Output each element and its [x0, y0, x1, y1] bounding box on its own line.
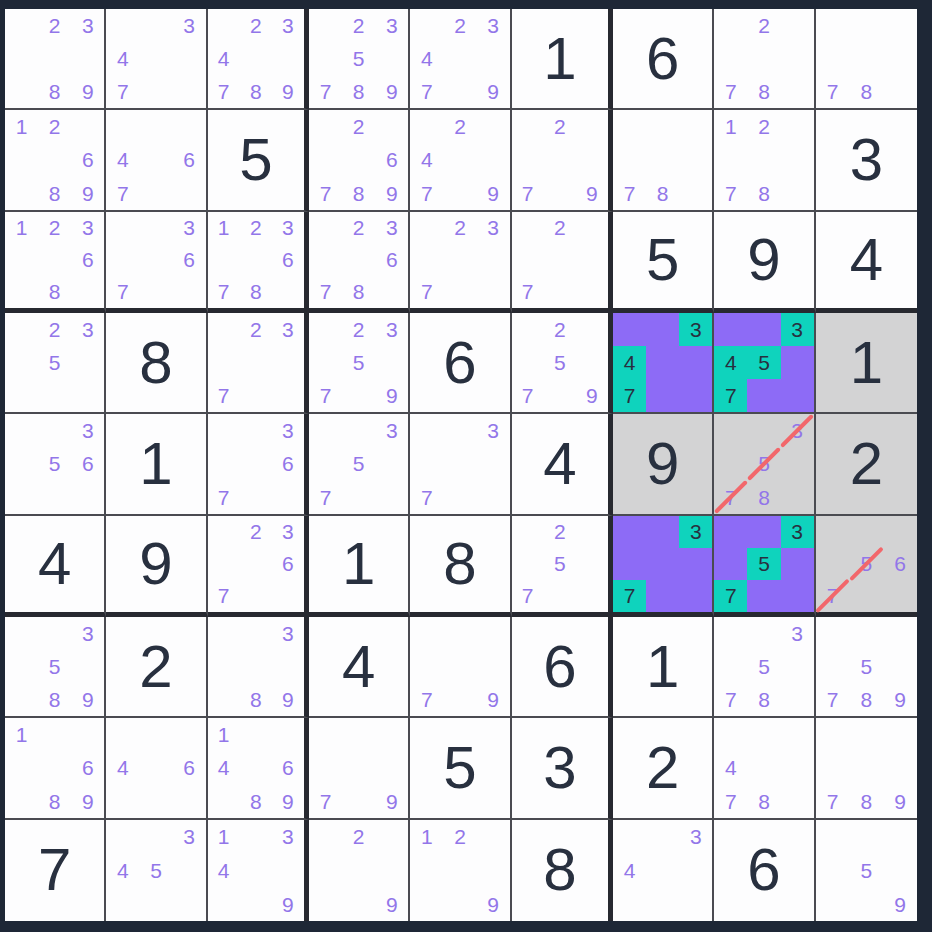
candidate-8: 8	[849, 75, 883, 108]
candidate-slot	[342, 143, 375, 176]
candidate-slot	[781, 42, 814, 75]
cell-r8c9[interactable]: 789	[816, 718, 917, 819]
candidate-3: 3	[375, 9, 408, 42]
candidate-7: 7	[309, 481, 342, 514]
cell-r8c8[interactable]: 478	[714, 718, 815, 819]
candidate-slot	[410, 212, 443, 244]
candidate-8: 8	[38, 785, 71, 818]
candidate-grid: 567	[816, 516, 917, 612]
candidate-slot	[139, 785, 172, 818]
cell-r7c1[interactable]: 3589	[5, 617, 106, 718]
candidate-slot	[679, 887, 712, 921]
candidate-slot	[544, 177, 576, 210]
candidate-slot	[5, 244, 38, 276]
candidate-slot	[106, 785, 139, 818]
candidate-slot	[781, 718, 814, 751]
cell-r5c7[interactable]: 9	[613, 414, 714, 515]
candidate-slot	[240, 718, 272, 751]
cell-r7c7[interactable]: 1	[613, 617, 714, 718]
candidate-9: 9	[71, 75, 104, 108]
cell-r2c3[interactable]: 5	[208, 110, 309, 211]
candidate-2: 2	[443, 110, 476, 143]
candidate-slot	[443, 853, 476, 887]
candidate-slot	[139, 212, 172, 244]
cell-r1c5[interactable]: 23479	[410, 9, 511, 110]
candidate-grid: 2367	[208, 516, 304, 612]
candidate-grid: 2579	[512, 313, 608, 412]
candidate-slot	[679, 580, 712, 612]
candidate-slot	[272, 42, 304, 75]
candidate-slot	[883, 853, 917, 887]
cell-r1c9[interactable]: 78	[816, 9, 917, 110]
candidate-slot	[849, 718, 883, 751]
candidate-slot	[883, 75, 917, 108]
cell-r9c1[interactable]: 7	[5, 820, 106, 921]
cell-r6c5[interactable]: 8	[410, 516, 511, 617]
candidate-slot	[781, 751, 814, 784]
candidate-9: 9	[375, 887, 408, 921]
candidate-9: 9	[71, 177, 104, 210]
candidate-slot	[106, 244, 139, 276]
candidate-slot	[849, 617, 883, 650]
cell-r1c8[interactable]: 278	[714, 9, 815, 110]
cell-r8c1[interactable]: 1689	[5, 718, 106, 819]
cell-r7c4[interactable]: 4	[309, 617, 410, 718]
candidate-8: 8	[240, 683, 272, 716]
cell-r4c1[interactable]: 235	[5, 313, 106, 414]
cell-r3c8[interactable]: 9	[714, 212, 815, 313]
cell-r4c3[interactable]: 237	[208, 313, 309, 414]
candidate-5: 5	[38, 447, 71, 480]
cell-r8c4[interactable]: 79	[309, 718, 410, 819]
candidate-slot	[443, 177, 476, 210]
candidate-slot	[443, 75, 476, 108]
cell-r6c8[interactable]: 357	[714, 516, 815, 617]
cell-r7c6[interactable]: 6	[512, 617, 613, 718]
candidate-2: 2	[342, 212, 375, 244]
cell-r9c7[interactable]: 34	[613, 820, 714, 921]
candidate-slot	[781, 177, 814, 210]
candidate-4: 4	[208, 751, 240, 784]
cell-r2c6[interactable]: 279	[512, 110, 613, 211]
candidate-slot	[240, 42, 272, 75]
candidate-grid: 357	[714, 516, 813, 612]
cell-r9c2[interactable]: 345	[106, 820, 207, 921]
candidate-9: 9	[71, 785, 104, 818]
cell-r6c1[interactable]: 4	[5, 516, 106, 617]
cell-r2c8[interactable]: 1278	[714, 110, 815, 211]
candidate-4: 4	[613, 346, 646, 379]
candidate-7: 7	[512, 276, 544, 308]
candidate-slot	[208, 414, 240, 447]
candidate-1: 1	[208, 212, 240, 244]
cell-r9c4[interactable]: 29	[309, 820, 410, 921]
candidate-3: 3	[477, 9, 510, 42]
candidate-slot	[342, 481, 375, 514]
cell-r2c5[interactable]: 2479	[410, 110, 511, 211]
candidate-grid: 237	[208, 313, 304, 412]
candidate-slot	[208, 516, 240, 548]
candidate-slot	[747, 313, 780, 346]
candidate-2: 2	[544, 516, 576, 548]
candidate-grid: 235	[5, 313, 104, 412]
cell-r4c8[interactable]: 3457	[714, 313, 815, 414]
candidate-slot	[240, 379, 272, 412]
candidate-slot	[443, 143, 476, 176]
candidate-8: 8	[38, 177, 71, 210]
candidate-grid: 79	[309, 718, 408, 817]
candidate-slot	[477, 447, 510, 480]
candidate-6: 6	[71, 447, 104, 480]
cell-value: 9	[714, 212, 813, 308]
cell-r7c9[interactable]: 5789	[816, 617, 917, 718]
cell-r8c3[interactable]: 14689	[208, 718, 309, 819]
candidate-slot	[849, 751, 883, 784]
candidate-slot	[173, 887, 206, 921]
cell-r5c6[interactable]: 4	[512, 414, 613, 515]
cell-r3c2[interactable]: 367	[106, 212, 207, 313]
candidate-7: 7	[208, 276, 240, 308]
candidate-5: 5	[747, 548, 780, 580]
candidate-5: 5	[342, 346, 375, 379]
candidate-slot	[544, 580, 576, 612]
candidate-5: 5	[849, 853, 883, 887]
cell-value: 1	[106, 414, 205, 513]
candidate-slot	[849, 9, 883, 42]
candidate-1: 1	[5, 718, 38, 751]
candidate-grid: 26789	[309, 110, 408, 209]
cell-r5c5[interactable]: 37	[410, 414, 511, 515]
candidate-slot	[342, 853, 375, 887]
cell-r4c4[interactable]: 23579	[309, 313, 410, 414]
candidate-slot	[576, 276, 608, 308]
candidate-slot	[544, 244, 576, 276]
candidate-slot	[410, 887, 443, 921]
candidate-slot	[139, 820, 172, 854]
candidate-grid: 23479	[410, 9, 509, 108]
candidate-slot	[443, 42, 476, 75]
cell-r1c6[interactable]: 1	[512, 9, 613, 110]
candidate-7: 7	[106, 75, 139, 108]
candidate-4: 4	[714, 751, 747, 784]
candidate-6: 6	[375, 143, 408, 176]
candidate-slot	[613, 110, 646, 143]
cell-r2c7[interactable]: 78	[613, 110, 714, 211]
candidate-slot	[240, 481, 272, 514]
candidate-slot	[375, 718, 408, 751]
candidate-slot	[512, 110, 544, 143]
cell-r9c3[interactable]: 1349	[208, 820, 309, 921]
candidate-slot	[781, 379, 814, 412]
cell-r3c4[interactable]: 23678	[309, 212, 410, 313]
candidate-slot	[375, 110, 408, 143]
candidate-slot	[240, 244, 272, 276]
cell-r1c7[interactable]: 6	[613, 9, 714, 110]
candidate-slot	[38, 617, 71, 650]
candidate-slot	[106, 820, 139, 854]
candidate-2: 2	[443, 212, 476, 244]
candidate-slot	[443, 617, 476, 650]
candidate-9: 9	[477, 887, 510, 921]
candidate-slot	[106, 9, 139, 42]
candidate-slot	[5, 447, 38, 480]
candidate-1: 1	[714, 110, 747, 143]
cell-r6c9[interactable]: 567	[816, 516, 917, 617]
candidate-slot	[883, 42, 917, 75]
candidate-1: 1	[208, 820, 240, 854]
candidate-grid: 23579	[309, 313, 408, 412]
candidate-slot	[375, 447, 408, 480]
candidate-5: 5	[342, 42, 375, 75]
cell-r5c2[interactable]: 1	[106, 414, 207, 515]
cell-r7c8[interactable]: 3578	[714, 617, 815, 718]
cell-r4c2[interactable]: 8	[106, 313, 207, 414]
candidate-grid: 2479	[410, 110, 509, 209]
candidate-3: 3	[679, 820, 712, 854]
candidate-5: 5	[544, 346, 576, 379]
candidate-slot	[342, 718, 375, 751]
candidate-slot	[410, 650, 443, 683]
candidate-slot	[443, 276, 476, 308]
candidate-grid: 46	[106, 718, 205, 817]
candidate-slot	[747, 516, 780, 548]
candidate-slot	[613, 143, 646, 176]
candidate-7: 7	[410, 75, 443, 108]
candidate-6: 6	[173, 751, 206, 784]
candidate-grid: 357	[309, 414, 408, 513]
candidate-grid: 79	[410, 617, 509, 716]
candidate-slot	[272, 853, 304, 887]
candidate-slot	[613, 548, 646, 580]
candidate-8: 8	[747, 75, 780, 108]
candidate-slot	[576, 110, 608, 143]
cell-value: 3	[816, 110, 917, 209]
candidate-slot	[139, 276, 172, 308]
candidate-5: 5	[544, 548, 576, 580]
cell-value: 4	[816, 212, 917, 308]
candidate-slot	[883, 617, 917, 650]
candidate-slot	[781, 650, 814, 683]
cell-r6c7[interactable]: 37	[613, 516, 714, 617]
candidate-slot	[714, 548, 747, 580]
candidate-3: 3	[173, 9, 206, 42]
candidate-7: 7	[816, 683, 850, 716]
candidate-6: 6	[883, 548, 917, 580]
candidate-3: 3	[272, 617, 304, 650]
candidate-slot	[443, 650, 476, 683]
candidate-slot	[816, 516, 850, 548]
cell-r8c7[interactable]: 2	[613, 718, 714, 819]
candidate-1: 1	[208, 718, 240, 751]
candidate-slot	[477, 820, 510, 854]
candidate-7: 7	[309, 785, 342, 818]
cell-r3c3[interactable]: 123678	[208, 212, 309, 313]
cell-r4c7[interactable]: 347	[613, 313, 714, 414]
candidate-grid: 14689	[208, 718, 304, 817]
cell-r4c9[interactable]: 1	[816, 313, 917, 414]
cell-r8c5[interactable]: 5	[410, 718, 511, 819]
candidate-3: 3	[477, 212, 510, 244]
candidate-slot	[883, 516, 917, 548]
candidate-slot	[309, 447, 342, 480]
cell-r1c2[interactable]: 347	[106, 9, 207, 110]
cell-r1c1[interactable]: 2389	[5, 9, 106, 110]
candidate-slot	[342, 414, 375, 447]
cell-r2c9[interactable]: 3	[816, 110, 917, 211]
candidate-2: 2	[342, 110, 375, 143]
cell-r7c3[interactable]: 389	[208, 617, 309, 718]
cell-value: 2	[106, 617, 205, 716]
candidate-slot	[679, 346, 712, 379]
cell-r3c7[interactable]: 5	[613, 212, 714, 313]
candidate-slot	[272, 718, 304, 751]
candidate-grid: 345	[106, 820, 205, 921]
cell-r3c5[interactable]: 237	[410, 212, 511, 313]
cell-r5c1[interactable]: 356	[5, 414, 106, 515]
candidate-slot	[139, 42, 172, 75]
candidate-slot	[208, 650, 240, 683]
cell-r5c8[interactable]: 3578	[714, 414, 815, 515]
cell-r7c5[interactable]: 79	[410, 617, 511, 718]
candidate-9: 9	[576, 379, 608, 412]
candidate-slot	[646, 580, 679, 612]
candidate-grid: 3457	[714, 313, 813, 412]
candidate-slot	[5, 617, 38, 650]
candidate-grid: 27	[512, 212, 608, 308]
cell-r5c3[interactable]: 367	[208, 414, 309, 515]
candidate-3: 3	[71, 617, 104, 650]
cell-r4c6[interactable]: 2579	[512, 313, 613, 414]
candidate-slot	[679, 110, 712, 143]
candidate-slot	[781, 548, 814, 580]
candidate-slot	[576, 212, 608, 244]
candidate-6: 6	[375, 244, 408, 276]
candidate-slot	[410, 414, 443, 447]
candidate-slot	[613, 887, 646, 921]
cell-value: 8	[512, 820, 608, 921]
candidate-8: 8	[240, 75, 272, 108]
candidate-grid: 123678	[208, 212, 304, 308]
candidate-grid: 1278	[714, 110, 813, 209]
candidate-slot	[240, 650, 272, 683]
cell-value: 5	[208, 110, 304, 209]
cell-r8c6[interactable]: 3	[512, 718, 613, 819]
cell-value: 6	[512, 617, 608, 716]
candidate-grid: 347	[106, 9, 205, 108]
candidate-slot	[477, 42, 510, 75]
cell-r2c4[interactable]: 26789	[309, 110, 410, 211]
candidate-7: 7	[512, 379, 544, 412]
candidate-grid: 237	[410, 212, 509, 308]
cell-r5c9[interactable]: 2	[816, 414, 917, 515]
candidate-slot	[849, 887, 883, 921]
candidate-slot	[208, 683, 240, 716]
candidate-slot	[512, 346, 544, 379]
cell-r2c1[interactable]: 12689	[5, 110, 106, 211]
candidate-slot	[576, 143, 608, 176]
cell-r5c4[interactable]: 357	[309, 414, 410, 515]
candidate-slot	[646, 887, 679, 921]
candidate-slot	[38, 143, 71, 176]
cell-r3c9[interactable]: 4	[816, 212, 917, 313]
candidate-4: 4	[613, 853, 646, 887]
cell-r9c6[interactable]: 8	[512, 820, 613, 921]
cell-r9c5[interactable]: 129	[410, 820, 511, 921]
candidate-8: 8	[747, 177, 780, 210]
candidate-grid: 278	[714, 9, 813, 108]
cell-r1c3[interactable]: 234789	[208, 9, 309, 110]
candidate-4: 4	[106, 143, 139, 176]
candidate-slot	[781, 481, 814, 514]
candidate-slot	[5, 177, 38, 210]
candidate-grid: 12368	[5, 212, 104, 308]
candidate-7: 7	[714, 683, 747, 716]
candidate-slot	[309, 718, 342, 751]
cell-r8c2[interactable]: 46	[106, 718, 207, 819]
cell-r3c1[interactable]: 12368	[5, 212, 106, 313]
candidate-slot	[410, 9, 443, 42]
candidate-slot	[139, 887, 172, 921]
candidate-slot	[747, 414, 780, 447]
cell-r9c8[interactable]: 6	[714, 820, 815, 921]
cell-r1c4[interactable]: 235789	[309, 9, 410, 110]
candidate-slot	[410, 447, 443, 480]
candidate-slot	[477, 617, 510, 650]
candidate-slot	[576, 346, 608, 379]
candidate-slot	[106, 212, 139, 244]
candidate-slot	[816, 718, 850, 751]
candidate-6: 6	[71, 751, 104, 784]
candidate-slot	[576, 313, 608, 346]
candidate-9: 9	[883, 887, 917, 921]
candidate-7: 7	[208, 481, 240, 514]
candidate-slot	[342, 244, 375, 276]
candidate-slot	[240, 887, 272, 921]
candidate-slot	[106, 887, 139, 921]
cell-r4c5[interactable]: 6	[410, 313, 511, 414]
cell-value: 1	[613, 617, 712, 716]
candidate-slot	[309, 887, 342, 921]
cell-r2c2[interactable]: 467	[106, 110, 207, 211]
candidate-slot	[375, 481, 408, 514]
candidate-slot	[679, 143, 712, 176]
candidate-8: 8	[747, 481, 780, 514]
candidate-grid: 1349	[208, 820, 304, 921]
candidate-7: 7	[208, 580, 240, 612]
candidate-7: 7	[714, 481, 747, 514]
candidate-slot	[816, 650, 850, 683]
cell-r6c4[interactable]: 1	[309, 516, 410, 617]
candidate-slot	[5, 481, 38, 514]
cell-r7c2[interactable]: 2	[106, 617, 207, 718]
candidate-slot	[240, 820, 272, 854]
candidate-slot	[5, 9, 38, 42]
candidate-slot	[512, 244, 544, 276]
candidate-slot	[714, 650, 747, 683]
candidate-slot	[375, 853, 408, 887]
cell-r3c6[interactable]: 27	[512, 212, 613, 313]
candidate-slot	[208, 9, 240, 42]
candidate-6: 6	[173, 244, 206, 276]
cell-r6c2[interactable]: 9	[106, 516, 207, 617]
cell-r9c9[interactable]: 59	[816, 820, 917, 921]
cell-r6c6[interactable]: 257	[512, 516, 613, 617]
candidate-slot	[477, 853, 510, 887]
candidate-slot	[208, 887, 240, 921]
cell-r6c3[interactable]: 2367	[208, 516, 309, 617]
candidate-7: 7	[714, 785, 747, 818]
candidate-slot	[309, 820, 342, 854]
